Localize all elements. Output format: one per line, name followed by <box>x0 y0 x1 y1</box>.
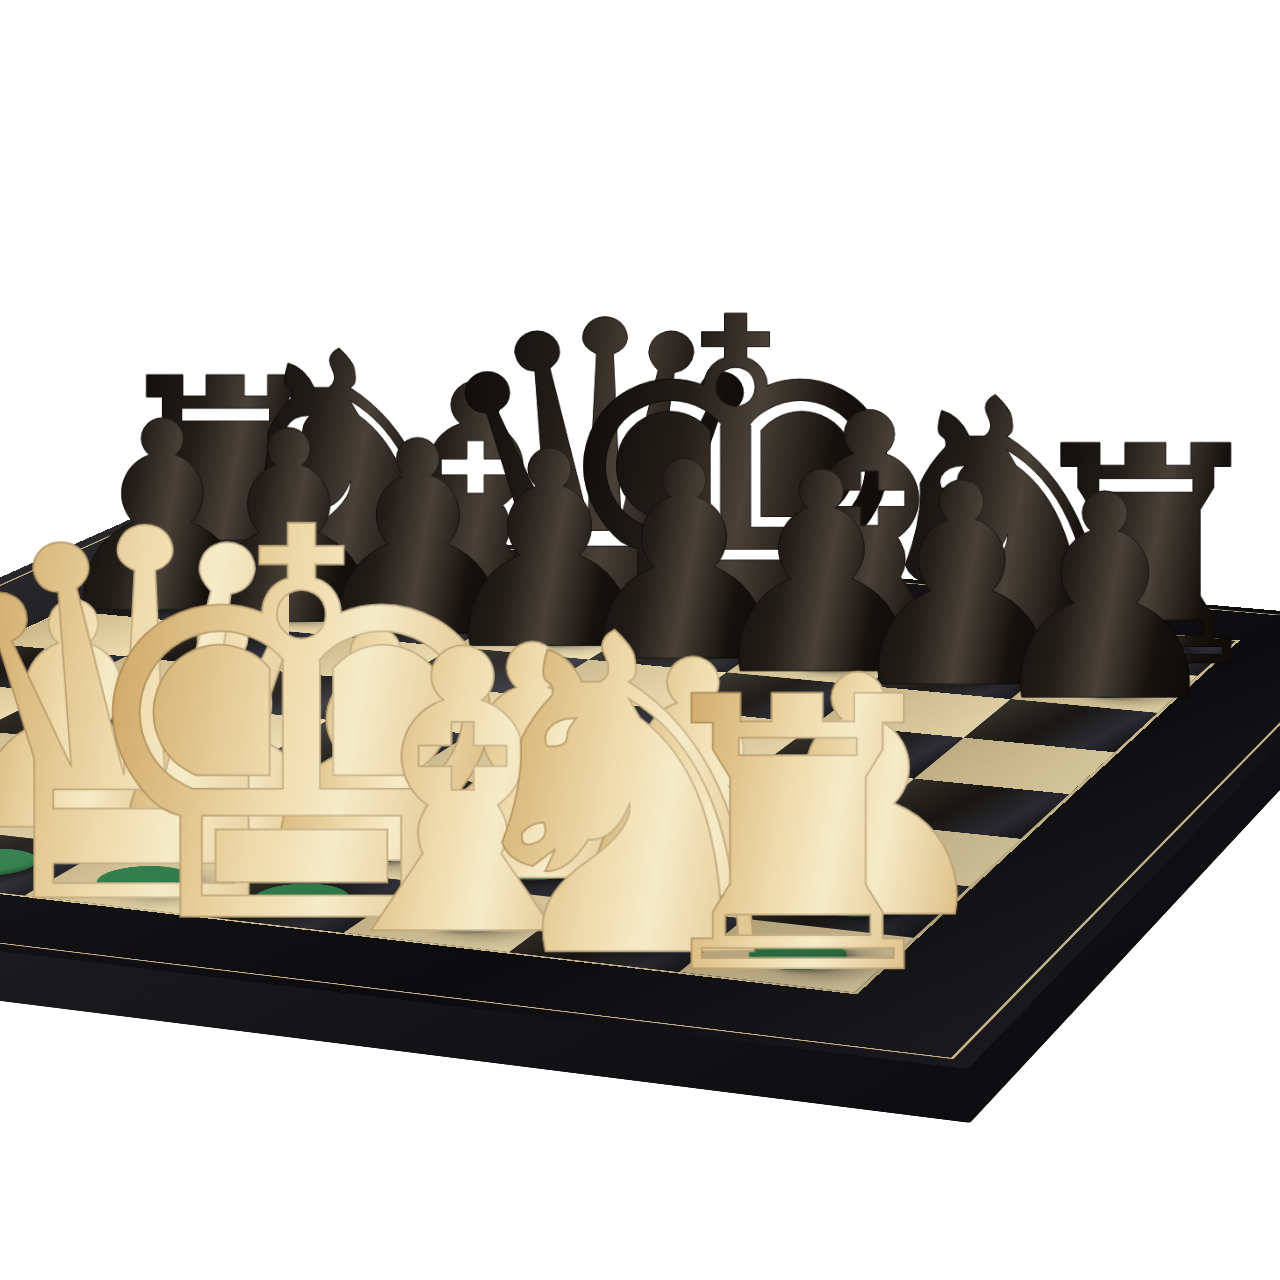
chess-board: ♜♞♝♛♚♝♞♜♟♟♟♟♟♟♟♟♟♟♟♟♟♟♟♟♜♞♝♛♚♝♞♜ <box>0 514 1280 1069</box>
product-photo-stage: ♜♞♝♛♚♝♞♜♟♟♟♟♟♟♟♟♟♟♟♟♟♟♟♟♜♞♝♛♚♝♞♜ <box>0 0 1280 1280</box>
